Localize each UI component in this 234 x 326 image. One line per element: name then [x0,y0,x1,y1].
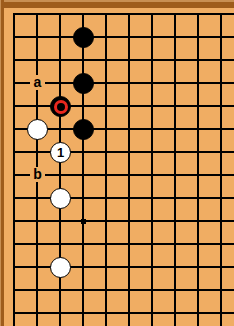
grid-line-horizontal [13,312,234,314]
white-stone [50,188,71,209]
grid-line-horizontal [13,174,234,176]
move-number: 1 [57,146,64,159]
white-stone [27,119,48,140]
grid-line-horizontal [13,13,234,15]
grid-line-horizontal [13,266,234,268]
grid-line-horizontal [13,220,234,222]
black-stone [73,119,94,140]
grid-line-horizontal [13,36,234,38]
board-left-edge [0,0,4,326]
grid-line-horizontal [13,197,234,199]
point-label-b: b [30,167,45,182]
point-label-a: a [30,75,45,90]
grid-line-horizontal [13,243,234,245]
grid-line-horizontal [13,151,234,153]
white-stone [50,257,71,278]
marked-black-stone [50,96,71,117]
black-stone [73,73,94,94]
goban: a1b [0,0,234,326]
black-stone [73,27,94,48]
hoshi-point [81,219,86,224]
numbered-white-stone: 1 [50,142,71,163]
grid-line-horizontal [13,289,234,291]
circle-marker [54,100,68,114]
board-top-edge [0,0,234,8]
grid-line-horizontal [13,82,234,84]
grid-line-horizontal [13,59,234,61]
grid-line-horizontal [13,105,234,107]
